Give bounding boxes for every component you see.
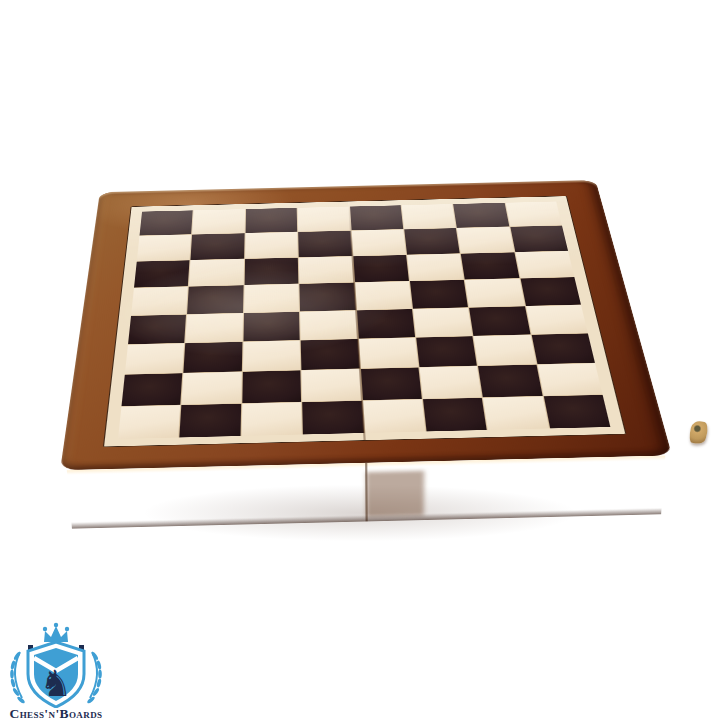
- board-square: [416, 336, 477, 367]
- board-square: [298, 207, 351, 232]
- board-square: [131, 287, 188, 316]
- board-square: [189, 259, 244, 286]
- board-square: [404, 228, 460, 254]
- board-square: [300, 310, 357, 340]
- board-square: [515, 251, 574, 278]
- board-square: [358, 338, 418, 369]
- board-square: [184, 342, 242, 373]
- board-square: [245, 208, 297, 233]
- board-square: [363, 399, 426, 433]
- board-square: [128, 314, 186, 344]
- board-square: [302, 401, 363, 435]
- board-square: [520, 277, 581, 305]
- board-square: [453, 203, 509, 228]
- board-square: [243, 340, 301, 371]
- board-square: [137, 235, 192, 261]
- brass-clasp: [687, 419, 709, 445]
- board-square: [134, 260, 190, 287]
- product-photo: ♞ Chess'n'Boards: [0, 0, 720, 720]
- brand-name: Chess'n'Boards: [2, 706, 110, 720]
- chess-board: [75, 29, 636, 590]
- board-perspective: [75, 29, 636, 590]
- board-square: [180, 404, 241, 438]
- board-square: [461, 252, 519, 279]
- board-square: [526, 305, 588, 335]
- board-square: [543, 395, 610, 429]
- board-square: [299, 256, 354, 283]
- laurel-icon: [10, 651, 26, 704]
- brand-logo: ♞ Chess'n'Boards: [2, 622, 110, 720]
- board-frame: [60, 180, 672, 470]
- board-square: [191, 234, 245, 260]
- board-square: [353, 255, 409, 282]
- knight-icon: ♞: [40, 663, 72, 704]
- front-edge-fold-seam: [365, 463, 368, 522]
- board-square: [478, 365, 542, 397]
- board-square: [182, 372, 242, 404]
- board-square: [474, 335, 536, 366]
- board-square: [483, 396, 549, 430]
- board-square: [299, 283, 355, 311]
- board-square: [192, 209, 244, 234]
- board-square: [465, 279, 524, 307]
- board-square: [355, 281, 412, 309]
- logo-graphic: ♞: [2, 622, 110, 708]
- board-square: [357, 309, 415, 339]
- board-square: [298, 231, 352, 257]
- front-edge-hinge-patch: [366, 471, 424, 517]
- board-square: [244, 284, 299, 312]
- board-square: [187, 285, 243, 313]
- board-square: [505, 202, 562, 227]
- board-square: [531, 333, 595, 364]
- chess-board-squares: [118, 202, 610, 439]
- board-square: [510, 226, 568, 252]
- board-square: [242, 371, 301, 403]
- crown-icon: [43, 623, 69, 642]
- board-square: [241, 402, 302, 436]
- board-square: [243, 312, 300, 342]
- board-square: [245, 232, 298, 258]
- board-square: [469, 306, 530, 336]
- board-square: [122, 373, 183, 405]
- board-square: [537, 363, 602, 395]
- board-square: [413, 308, 473, 338]
- board-square: [186, 313, 243, 343]
- board-square: [407, 254, 464, 281]
- board-square: [360, 368, 421, 400]
- board-square: [350, 205, 404, 230]
- board-square: [301, 339, 360, 370]
- board-square: [419, 366, 482, 398]
- board-square: [410, 280, 468, 308]
- board-square: [457, 227, 514, 253]
- board-square: [302, 369, 362, 401]
- board-square: [118, 405, 181, 439]
- board-square: [140, 210, 194, 235]
- board-square: [351, 230, 406, 256]
- board-square: [244, 258, 298, 285]
- board-square: [423, 398, 487, 432]
- board-3d: [60, 180, 672, 470]
- board-square: [125, 343, 185, 374]
- board-square: [401, 204, 456, 229]
